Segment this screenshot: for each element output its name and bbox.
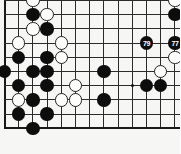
black-stone xyxy=(26,93,39,106)
white-stone xyxy=(55,51,68,64)
black-stone xyxy=(26,8,39,21)
black-stone xyxy=(0,65,11,78)
black-stone xyxy=(97,65,110,78)
grid-line-horizontal xyxy=(4,114,181,115)
black-stone xyxy=(12,79,25,92)
grid-line-vertical xyxy=(146,0,147,129)
white-stone xyxy=(40,8,53,21)
grid-line-vertical xyxy=(61,0,62,129)
white-stone xyxy=(168,0,180,7)
black-stone xyxy=(40,22,53,35)
black-stone xyxy=(40,79,53,92)
star-point xyxy=(131,84,134,87)
white-stone xyxy=(69,93,82,106)
black-stone xyxy=(40,51,53,64)
black-stone-numbered: 79 xyxy=(140,36,153,49)
black-stone xyxy=(40,65,53,78)
black-stone xyxy=(97,93,110,106)
move-number-label: 79 xyxy=(143,40,150,47)
grid-line-vertical xyxy=(118,0,119,129)
white-stone xyxy=(12,93,25,106)
go-board: 7977 xyxy=(0,0,180,154)
white-stone xyxy=(12,36,25,49)
black-stone xyxy=(140,79,153,92)
grid-line-horizontal xyxy=(4,57,181,58)
scanned-diagram-page: 7977 xyxy=(0,0,180,154)
white-stone xyxy=(55,36,68,49)
black-stone xyxy=(168,8,180,21)
grid-line-horizontal xyxy=(4,43,181,44)
black-stone xyxy=(12,107,25,120)
black-stone xyxy=(12,51,25,64)
grid-line-vertical xyxy=(132,0,133,129)
white-stone xyxy=(55,93,68,106)
white-stone xyxy=(69,79,82,92)
move-number-label: 77 xyxy=(171,40,178,47)
white-stone xyxy=(154,65,167,78)
black-stone-numbered: 77 xyxy=(168,36,180,49)
black-stone xyxy=(26,65,39,78)
grid-line-vertical xyxy=(75,0,76,129)
black-stone xyxy=(26,122,39,135)
white-stone xyxy=(26,22,39,35)
grid-line-vertical xyxy=(89,0,90,129)
white-stone xyxy=(26,0,39,7)
black-stone xyxy=(40,107,53,120)
white-stone xyxy=(168,51,180,64)
black-stone xyxy=(154,79,167,92)
